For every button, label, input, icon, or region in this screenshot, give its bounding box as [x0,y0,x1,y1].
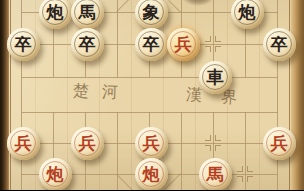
board-left-edge [0,0,9,190]
piece-black-soldier[interactable]: 卒 [7,28,40,61]
star-point-marker [205,135,221,151]
piece-character: 馬 [207,166,224,183]
piece-character: 卒 [271,36,288,53]
piece-character: 卒 [79,36,96,53]
palace-diagonal-line [168,0,181,13]
piece-red-soldier[interactable]: 兵 [135,127,168,160]
grid-line [277,77,278,112]
piece-character: 兵 [15,135,32,152]
piece-red-soldier[interactable]: 兵 [167,28,200,61]
star-point-marker [237,166,253,182]
piece-character: 炮 [47,4,64,21]
piece-black-elephant[interactable]: 象 [135,0,168,29]
grid-line [289,0,290,190]
xiangqi-board[interactable]: 楚河 漢界 炮馬象炮卒卒卒兵卒車兵兵兵兵炮炮馬 [0,0,304,190]
piece-character: 兵 [143,135,160,152]
grid-line [181,112,182,190]
piece-character: 炮 [239,4,256,21]
piece-character: 象 [143,4,160,21]
piece-character: 炮 [143,166,160,183]
grid-line [117,112,118,190]
piece-character: 兵 [175,36,192,53]
piece-character: 兵 [271,135,288,152]
piece-character: 馬 [79,4,96,21]
piece-red-soldier[interactable]: 兵 [263,127,296,160]
piece-red-soldier[interactable]: 兵 [71,127,104,160]
palace-diagonal-line [116,0,129,12]
grid-line [21,77,22,112]
piece-red-soldier[interactable]: 兵 [7,127,40,160]
star-point-marker [205,36,221,52]
piece-character: 兵 [79,135,96,152]
offscreen-piece-shadow [181,0,215,6]
piece-black-chariot[interactable]: 車 [199,61,232,94]
piece-black-cannon[interactable]: 炮 [231,0,264,29]
grid-line [10,0,11,190]
piece-red-horse[interactable]: 馬 [199,158,232,191]
piece-black-cannon[interactable]: 炮 [39,0,72,29]
piece-character: 車 [207,69,224,86]
piece-red-cannon[interactable]: 炮 [135,158,168,191]
piece-red-cannon[interactable]: 炮 [39,158,72,191]
river-label-chu-he: 楚河 [73,81,132,104]
grid-line [21,77,278,78]
piece-black-soldier[interactable]: 卒 [135,28,168,61]
piece-black-horse[interactable]: 馬 [71,0,104,29]
piece-black-soldier[interactable]: 卒 [71,28,104,61]
piece-black-soldier[interactable]: 卒 [263,28,296,61]
grid-line [21,112,278,113]
piece-character: 卒 [15,36,32,53]
palace-diagonal-line [116,174,133,190]
piece-character: 卒 [143,36,160,53]
board-right-edge [291,0,304,190]
piece-character: 炮 [47,166,64,183]
